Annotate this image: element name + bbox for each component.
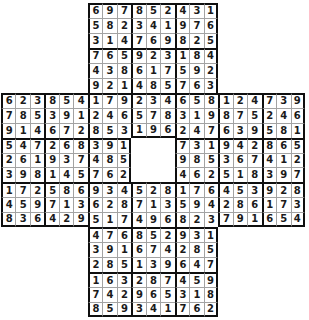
cell-r9c15[interactable]: 7 — [204, 123, 218, 138]
cell-r18c11[interactable]: 3 — [146, 257, 160, 272]
cell-r6c12[interactable]: 5 — [160, 78, 174, 93]
cell-r10c14[interactable]: 3 — [189, 138, 203, 153]
cell-r16c11[interactable]: 5 — [146, 227, 160, 242]
cell-r14c13[interactable]: 5 — [175, 197, 189, 212]
board-gap — [218, 63, 232, 78]
cell-r13c18[interactable]: 3 — [247, 182, 261, 197]
cell-r11c8[interactable]: 8 — [102, 153, 116, 168]
cell-r19c15[interactable]: 9 — [204, 272, 218, 287]
cell-r11c5[interactable]: 3 — [59, 153, 73, 168]
cell-r21c12[interactable]: 1 — [160, 302, 174, 317]
cell-r10c16[interactable]: 9 — [218, 138, 232, 153]
cell-r20c12[interactable]: 5 — [160, 287, 174, 302]
cell-r20c7[interactable]: 7 — [88, 287, 102, 302]
cell-r15c9[interactable]: 7 — [117, 212, 131, 227]
cell-r11c14[interactable]: 8 — [189, 153, 203, 168]
cell-r11c19[interactable]: 4 — [262, 153, 276, 168]
cell-r7c19[interactable]: 7 — [262, 93, 276, 108]
cell-r14c18[interactable]: 6 — [247, 197, 261, 212]
cell-r3c14[interactable]: 2 — [189, 33, 203, 48]
cell-r2c14[interactable]: 7 — [189, 18, 203, 33]
cell-r12c13[interactable]: 4 — [175, 167, 189, 182]
cell-r1c15[interactable]: 1 — [204, 3, 218, 18]
cell-r7c14[interactable]: 5 — [189, 93, 203, 108]
cell-r20c15[interactable]: 8 — [204, 287, 218, 302]
cell-r18c9[interactable]: 5 — [117, 257, 131, 272]
cell-r9c5[interactable]: 7 — [59, 123, 73, 138]
cell-r12c7[interactable]: 7 — [88, 167, 102, 182]
cell-r18c12[interactable]: 9 — [160, 257, 174, 272]
cell-r2c12[interactable]: 1 — [160, 18, 174, 33]
cell-r15c14[interactable]: 2 — [189, 212, 203, 227]
board-gap — [30, 48, 44, 63]
cell-r13c17[interactable]: 5 — [233, 182, 247, 197]
cell-r15c11[interactable]: 9 — [146, 212, 160, 227]
cell-r9c2[interactable]: 1 — [15, 123, 29, 138]
cell-r18c8[interactable]: 8 — [102, 257, 116, 272]
cell-r13c2[interactable]: 7 — [15, 182, 29, 197]
cell-r14c8[interactable]: 2 — [102, 197, 116, 212]
cell-r8c14[interactable]: 1 — [189, 108, 203, 123]
cell-r9c13[interactable]: 2 — [175, 123, 189, 138]
cell-r6c8[interactable]: 2 — [102, 78, 116, 93]
cell-r11c9[interactable]: 5 — [117, 153, 131, 168]
cell-r16c15[interactable]: 1 — [204, 227, 218, 242]
cell-r3c10[interactable]: 7 — [131, 33, 145, 48]
cell-r15c4[interactable]: 4 — [44, 212, 58, 227]
cell-r15c17[interactable]: 9 — [233, 212, 247, 227]
cell-r10c9[interactable]: 1 — [117, 138, 131, 153]
cell-r9c7[interactable]: 8 — [88, 123, 102, 138]
cell-r18c14[interactable]: 4 — [189, 257, 203, 272]
cell-r7c10[interactable]: 2 — [131, 93, 145, 108]
board-gap — [15, 227, 29, 242]
cell-r3c13[interactable]: 8 — [175, 33, 189, 48]
cell-r7c12[interactable]: 4 — [160, 93, 174, 108]
cell-r1c9[interactable]: 7 — [117, 3, 131, 18]
cell-r4c9[interactable]: 5 — [117, 48, 131, 63]
cell-r11c7[interactable]: 4 — [88, 153, 102, 168]
cell-r7c21[interactable]: 9 — [291, 93, 305, 108]
cell-r8c9[interactable]: 6 — [117, 108, 131, 123]
cell-r12c16[interactable]: 5 — [218, 167, 232, 182]
cell-r3c11[interactable]: 6 — [146, 33, 160, 48]
cell-r4c11[interactable]: 2 — [146, 48, 160, 63]
cell-r10c19[interactable]: 8 — [262, 138, 276, 153]
cell-r10c17[interactable]: 4 — [233, 138, 247, 153]
cell-r15c1[interactable]: 8 — [1, 212, 15, 227]
cell-r9c19[interactable]: 5 — [262, 123, 276, 138]
cell-r18c7[interactable]: 2 — [88, 257, 102, 272]
cell-r20c13[interactable]: 3 — [175, 287, 189, 302]
cell-r10c21[interactable]: 5 — [291, 138, 305, 153]
cell-r3c7[interactable]: 3 — [88, 33, 102, 48]
cell-r21c9[interactable]: 9 — [117, 302, 131, 317]
cell-r14c12[interactable]: 3 — [160, 197, 174, 212]
cell-r12c20[interactable]: 9 — [276, 167, 290, 182]
cell-r7c4[interactable]: 8 — [44, 93, 58, 108]
cell-r3c15[interactable]: 5 — [204, 33, 218, 48]
cell-r8c20[interactable]: 4 — [276, 108, 290, 123]
cell-r14c6[interactable]: 3 — [73, 197, 87, 212]
cell-r10c2[interactable]: 4 — [15, 138, 29, 153]
cell-r11c6[interactable]: 7 — [73, 153, 87, 168]
cell-r8c4[interactable]: 3 — [44, 108, 58, 123]
cell-r14c17[interactable]: 8 — [233, 197, 247, 212]
cell-r11c13[interactable]: 9 — [175, 153, 189, 168]
cell-r1c7[interactable]: 6 — [88, 3, 102, 18]
cell-r8c2[interactable]: 8 — [15, 108, 29, 123]
cell-r19c8[interactable]: 6 — [102, 272, 116, 287]
cell-r4c14[interactable]: 8 — [189, 48, 203, 63]
cell-r5c7[interactable]: 4 — [88, 63, 102, 78]
cell-r13c21[interactable]: 8 — [291, 182, 305, 197]
cell-r1c8[interactable]: 9 — [102, 3, 116, 18]
board-gap — [291, 48, 305, 63]
cell-r12c18[interactable]: 8 — [247, 167, 261, 182]
cell-r7c15[interactable]: 8 — [204, 93, 218, 108]
cell-r9c17[interactable]: 3 — [233, 123, 247, 138]
cell-r13c3[interactable]: 2 — [30, 182, 44, 197]
cell-r14c7[interactable]: 6 — [88, 197, 102, 212]
cell-r15c19[interactable]: 6 — [262, 212, 276, 227]
cell-r9c4[interactable]: 6 — [44, 123, 58, 138]
cell-r8c10[interactable]: 5 — [131, 108, 145, 123]
cell-r12c4[interactable]: 1 — [44, 167, 58, 182]
cell-r12c1[interactable]: 3 — [1, 167, 15, 182]
board-gap — [1, 227, 15, 242]
cell-r5c9[interactable]: 8 — [117, 63, 131, 78]
cell-r11c16[interactable]: 3 — [218, 153, 232, 168]
cell-r3c9[interactable]: 4 — [117, 33, 131, 48]
cell-r14c15[interactable]: 4 — [204, 197, 218, 212]
board-gap — [73, 63, 87, 78]
cell-r8c5[interactable]: 9 — [59, 108, 73, 123]
cell-r8c3[interactable]: 5 — [30, 108, 44, 123]
board-gap — [262, 257, 276, 272]
cell-r12c9[interactable]: 2 — [117, 167, 131, 182]
cell-r10c7[interactable]: 3 — [88, 138, 102, 153]
cell-r7c1[interactable]: 6 — [1, 93, 15, 108]
board-gap — [15, 33, 29, 48]
cell-r13c9[interactable]: 4 — [117, 182, 131, 197]
cell-r15c15[interactable]: 3 — [204, 212, 218, 227]
cell-r13c11[interactable]: 2 — [146, 182, 160, 197]
cell-r2c13[interactable]: 9 — [175, 18, 189, 33]
cell-r10c5[interactable]: 6 — [59, 138, 73, 153]
cell-r10c20[interactable]: 6 — [276, 138, 290, 153]
cell-r1c12[interactable]: 2 — [160, 3, 174, 18]
cell-r21c8[interactable]: 5 — [102, 302, 116, 317]
cell-r7c6[interactable]: 4 — [73, 93, 87, 108]
cell-r14c1[interactable]: 4 — [1, 197, 15, 212]
cell-r15c20[interactable]: 5 — [276, 212, 290, 227]
cell-r7c3[interactable]: 3 — [30, 93, 44, 108]
cell-r12c6[interactable]: 5 — [73, 167, 87, 182]
cell-r9c12[interactable]: 6 — [160, 123, 174, 138]
cell-r13c15[interactable]: 6 — [204, 182, 218, 197]
cell-r10c4[interactable]: 2 — [44, 138, 58, 153]
cell-r11c21[interactable]: 2 — [291, 153, 305, 168]
cell-r10c8[interactable]: 9 — [102, 138, 116, 153]
cell-r19c9[interactable]: 3 — [117, 272, 131, 287]
cell-r11c15[interactable]: 5 — [204, 153, 218, 168]
cell-r7c20[interactable]: 3 — [276, 93, 290, 108]
cell-r14c20[interactable]: 7 — [276, 197, 290, 212]
cell-r14c9[interactable]: 8 — [117, 197, 131, 212]
cell-r16c10[interactable]: 8 — [131, 227, 145, 242]
cell-r13c6[interactable]: 6 — [73, 182, 87, 197]
cell-r13c10[interactable]: 5 — [131, 182, 145, 197]
cell-r2c7[interactable]: 5 — [88, 18, 102, 33]
cell-r7c16[interactable]: 1 — [218, 93, 232, 108]
cell-r14c14[interactable]: 9 — [189, 197, 203, 212]
cell-r12c14[interactable]: 6 — [189, 167, 203, 182]
board-gap — [44, 242, 58, 257]
cell-r8c18[interactable]: 5 — [247, 108, 261, 123]
cell-r8c13[interactable]: 3 — [175, 108, 189, 123]
cell-r4c13[interactable]: 1 — [175, 48, 189, 63]
cell-r6c13[interactable]: 7 — [175, 78, 189, 93]
cell-r2c10[interactable]: 3 — [131, 18, 145, 33]
cell-r7c2[interactable]: 2 — [15, 93, 29, 108]
cell-r19c7[interactable]: 1 — [88, 272, 102, 287]
cell-r15c3[interactable]: 6 — [30, 212, 44, 227]
cell-r17c14[interactable]: 8 — [189, 242, 203, 257]
cell-r17c11[interactable]: 7 — [146, 242, 160, 257]
cell-r7c17[interactable]: 2 — [233, 93, 247, 108]
cell-r8c19[interactable]: 2 — [262, 108, 276, 123]
cell-r12c19[interactable]: 3 — [262, 167, 276, 182]
cell-r7c8[interactable]: 7 — [102, 93, 116, 108]
cell-r14c11[interactable]: 1 — [146, 197, 160, 212]
cell-r9c6[interactable]: 2 — [73, 123, 87, 138]
cell-r11c1[interactable]: 2 — [1, 153, 15, 168]
cell-r2c9[interactable]: 2 — [117, 18, 131, 33]
cell-r3c8[interactable]: 1 — [102, 33, 116, 48]
cell-r21c10[interactable]: 3 — [131, 302, 145, 317]
cell-r10c13[interactable]: 7 — [175, 138, 189, 153]
cell-r11c4[interactable]: 9 — [44, 153, 58, 168]
cell-r5c10[interactable]: 6 — [131, 63, 145, 78]
cell-r19c12[interactable]: 7 — [160, 272, 174, 287]
cell-r1c13[interactable]: 4 — [175, 3, 189, 18]
cell-r15c13[interactable]: 8 — [175, 212, 189, 227]
cell-r15c7[interactable]: 5 — [88, 212, 102, 227]
cell-r19c10[interactable]: 2 — [131, 272, 145, 287]
cell-r9c21[interactable]: 1 — [291, 123, 305, 138]
cell-r14c19[interactable]: 1 — [262, 197, 276, 212]
cell-r18c15[interactable]: 7 — [204, 257, 218, 272]
cell-r16c9[interactable]: 6 — [117, 227, 131, 242]
cell-r4c12[interactable]: 3 — [160, 48, 174, 63]
cell-r20c9[interactable]: 2 — [117, 287, 131, 302]
cell-r17c7[interactable]: 3 — [88, 242, 102, 257]
cell-r20c11[interactable]: 6 — [146, 287, 160, 302]
cell-r8c8[interactable]: 4 — [102, 108, 116, 123]
cell-r15c18[interactable]: 1 — [247, 212, 261, 227]
cell-r13c16[interactable]: 4 — [218, 182, 232, 197]
cell-r13c14[interactable]: 7 — [189, 182, 203, 197]
cell-r17c12[interactable]: 4 — [160, 242, 174, 257]
cell-r10c18[interactable]: 2 — [247, 138, 261, 153]
cell-r20c14[interactable]: 1 — [189, 287, 203, 302]
board-gap — [59, 48, 73, 63]
cell-r11c3[interactable]: 1 — [30, 153, 44, 168]
cell-r12c3[interactable]: 8 — [30, 167, 44, 182]
cell-r14c5[interactable]: 1 — [59, 197, 73, 212]
cell-r8c1[interactable]: 7 — [1, 108, 15, 123]
cell-r15c6[interactable]: 9 — [73, 212, 87, 227]
cell-r9c16[interactable]: 6 — [218, 123, 232, 138]
cell-r7c18[interactable]: 4 — [247, 93, 261, 108]
cell-r11c2[interactable]: 6 — [15, 153, 29, 168]
cell-r1c14[interactable]: 3 — [189, 3, 203, 18]
cell-r8c11[interactable]: 7 — [146, 108, 160, 123]
cell-r13c19[interactable]: 9 — [262, 182, 276, 197]
cell-r10c15[interactable]: 1 — [204, 138, 218, 153]
cell-r10c3[interactable]: 7 — [30, 138, 44, 153]
cell-r2c15[interactable]: 6 — [204, 18, 218, 33]
board-gap — [262, 287, 276, 302]
cell-r2c11[interactable]: 4 — [146, 18, 160, 33]
cell-r5c13[interactable]: 5 — [175, 63, 189, 78]
cell-r4c8[interactable]: 6 — [102, 48, 116, 63]
cell-r21c15[interactable]: 2 — [204, 302, 218, 317]
cell-r13c4[interactable]: 5 — [44, 182, 58, 197]
cell-r16c14[interactable]: 3 — [189, 227, 203, 242]
cell-r10c1[interactable]: 5 — [1, 138, 15, 153]
cell-r11c18[interactable]: 7 — [247, 153, 261, 168]
cell-r6c11[interactable]: 8 — [146, 78, 160, 93]
cell-r20c8[interactable]: 4 — [102, 287, 116, 302]
cell-r12c15[interactable]: 2 — [204, 167, 218, 182]
cell-r7c7[interactable]: 1 — [88, 93, 102, 108]
cell-r8c21[interactable]: 6 — [291, 108, 305, 123]
cell-r13c20[interactable]: 2 — [276, 182, 290, 197]
cell-r13c12[interactable]: 8 — [160, 182, 174, 197]
cell-r12c2[interactable]: 9 — [15, 167, 29, 182]
cell-r6c7[interactable]: 9 — [88, 78, 102, 93]
cell-r20c10[interactable]: 9 — [131, 287, 145, 302]
cell-r6c15[interactable]: 3 — [204, 78, 218, 93]
cell-r6c10[interactable]: 4 — [131, 78, 145, 93]
cell-r15c2[interactable]: 3 — [15, 212, 29, 227]
cell-r15c5[interactable]: 2 — [59, 212, 73, 227]
cell-r13c13[interactable]: 1 — [175, 182, 189, 197]
cell-r11c20[interactable]: 1 — [276, 153, 290, 168]
cell-r4c15[interactable]: 4 — [204, 48, 218, 63]
cell-r7c9[interactable]: 9 — [117, 93, 131, 108]
cell-r18c10[interactable]: 1 — [131, 257, 145, 272]
cell-r17c8[interactable]: 9 — [102, 242, 116, 257]
cell-r7c13[interactable]: 6 — [175, 93, 189, 108]
cell-r10c6[interactable]: 8 — [73, 138, 87, 153]
cell-r13c7[interactable]: 9 — [88, 182, 102, 197]
cell-r16c12[interactable]: 2 — [160, 227, 174, 242]
cell-r15c21[interactable]: 4 — [291, 212, 305, 227]
cell-r8c15[interactable]: 9 — [204, 108, 218, 123]
cell-r2c8[interactable]: 8 — [102, 18, 116, 33]
cell-r9c8[interactable]: 5 — [102, 123, 116, 138]
cell-r14c10[interactable]: 7 — [131, 197, 145, 212]
cell-r21c7[interactable]: 8 — [88, 302, 102, 317]
cell-r15c10[interactable]: 4 — [131, 212, 145, 227]
cell-r14c3[interactable]: 9 — [30, 197, 44, 212]
cell-r9c14[interactable]: 4 — [189, 123, 203, 138]
cell-r9c1[interactable]: 9 — [1, 123, 15, 138]
cell-r8c16[interactable]: 8 — [218, 108, 232, 123]
cell-r8c17[interactable]: 7 — [233, 108, 247, 123]
cell-r5c8[interactable]: 3 — [102, 63, 116, 78]
cell-r6c14[interactable]: 6 — [189, 78, 203, 93]
cell-r19c13[interactable]: 4 — [175, 272, 189, 287]
cell-r6c9[interactable]: 1 — [117, 78, 131, 93]
cell-r7c5[interactable]: 5 — [59, 93, 73, 108]
cell-r5c15[interactable]: 2 — [204, 63, 218, 78]
cell-r13c5[interactable]: 8 — [59, 182, 73, 197]
cell-r13c1[interactable]: 1 — [1, 182, 15, 197]
cell-r16c7[interactable]: 4 — [88, 227, 102, 242]
cell-r16c8[interactable]: 7 — [102, 227, 116, 242]
cell-r17c15[interactable]: 5 — [204, 242, 218, 257]
cell-r21c13[interactable]: 7 — [175, 302, 189, 317]
cell-r15c12[interactable]: 6 — [160, 212, 174, 227]
cell-r8c6[interactable]: 1 — [73, 108, 87, 123]
cell-r8c7[interactable]: 2 — [88, 108, 102, 123]
cell-r14c2[interactable]: 5 — [15, 197, 29, 212]
cell-r14c16[interactable]: 2 — [218, 197, 232, 212]
cell-r16c13[interactable]: 9 — [175, 227, 189, 242]
cell-r9c20[interactable]: 8 — [276, 123, 290, 138]
cell-r15c16[interactable]: 7 — [218, 212, 232, 227]
cell-r1c10[interactable]: 8 — [131, 3, 145, 18]
cell-r9c11[interactable]: 9 — [146, 123, 160, 138]
cell-r5c14[interactable]: 9 — [189, 63, 203, 78]
cell-r9c9[interactable]: 3 — [117, 123, 131, 138]
cell-r18c13[interactable]: 6 — [175, 257, 189, 272]
cell-r19c14[interactable]: 5 — [189, 272, 203, 287]
cell-r17c10[interactable]: 6 — [131, 242, 145, 257]
cell-r13c8[interactable]: 3 — [102, 182, 116, 197]
cell-r14c4[interactable]: 7 — [44, 197, 58, 212]
cell-r9c10[interactable]: 1 — [131, 123, 145, 138]
cell-r17c9[interactable]: 1 — [117, 242, 131, 257]
cell-r3c12[interactable]: 9 — [160, 33, 174, 48]
cell-r11c17[interactable]: 6 — [233, 153, 247, 168]
cell-r8c12[interactable]: 8 — [160, 108, 174, 123]
cell-r17c13[interactable]: 2 — [175, 242, 189, 257]
cell-r5c11[interactable]: 1 — [146, 63, 160, 78]
board-gap — [233, 3, 247, 18]
cell-r1c11[interactable]: 5 — [146, 3, 160, 18]
cell-r9c18[interactable]: 9 — [247, 123, 261, 138]
cell-r19c11[interactable]: 8 — [146, 272, 160, 287]
cell-r9c3[interactable]: 4 — [30, 123, 44, 138]
cell-r14c21[interactable]: 3 — [291, 197, 305, 212]
cell-r4c7[interactable]: 7 — [88, 48, 102, 63]
cell-r21c14[interactable]: 6 — [189, 302, 203, 317]
cell-r4c10[interactable]: 9 — [131, 48, 145, 63]
cell-r12c5[interactable]: 4 — [59, 167, 73, 182]
cell-r12c8[interactable]: 6 — [102, 167, 116, 182]
cell-r12c21[interactable]: 7 — [291, 167, 305, 182]
cell-r7c11[interactable]: 3 — [146, 93, 160, 108]
cell-r21c11[interactable]: 4 — [146, 302, 160, 317]
cell-r5c12[interactable]: 7 — [160, 63, 174, 78]
cell-r15c8[interactable]: 1 — [102, 212, 116, 227]
cell-r12c17[interactable]: 1 — [233, 167, 247, 182]
